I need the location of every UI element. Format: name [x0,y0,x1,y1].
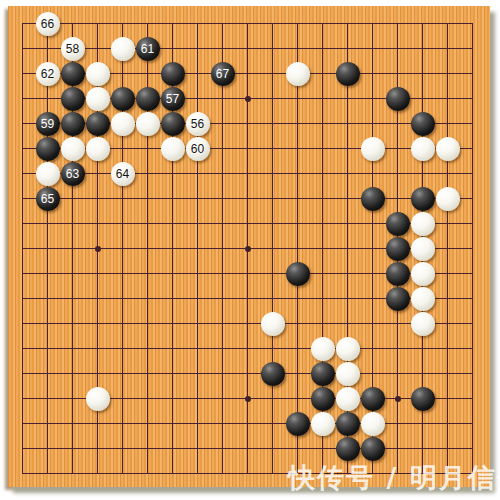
intersection-c4-r4 [85,86,110,111]
black-stone [61,112,85,136]
intersection-c8-r17 [185,411,210,436]
intersection-c2-r8: 65 [35,186,60,211]
intersection-c4-r16 [85,386,110,411]
intersection-c18-r5 [435,111,460,136]
intersection-c18-r6 [435,136,460,161]
intersection-c2-r13 [35,311,60,336]
intersection-c13-r17 [310,411,335,436]
intersection-c1-r3 [10,61,35,86]
intersection-c13-r7 [310,161,335,186]
intersection-c11-r5 [260,111,285,136]
intersection-c9-r7 [210,161,235,186]
white-stone [61,137,85,161]
intersection-c16-r8 [385,186,410,211]
intersection-c16-r16 [385,386,410,411]
watermark: 快传号 / 明月信俊 [288,460,500,496]
intersection-c4-r12 [85,286,110,311]
intersection-c7-r15 [160,361,185,386]
intersection-c15-r9 [360,211,385,236]
intersection-c8-r10 [185,236,210,261]
intersection-c16-r5 [385,111,410,136]
intersection-c13-r4 [310,86,335,111]
intersection-c6-r4 [135,86,160,111]
intersection-c9-r16 [210,386,235,411]
intersection-c14-r2 [335,36,360,61]
star-point [245,96,251,102]
black-stone [361,187,385,211]
intersection-c5-r8 [110,186,135,211]
move-number: 67 [216,68,229,80]
intersection-c8-r12 [185,286,210,311]
intersection-c9-r18 [210,436,235,461]
intersection-c19-r4 [460,86,485,111]
intersection-c16-r9 [385,211,410,236]
intersection-c5-r7: 64 [110,161,135,186]
intersection-c6-r19 [135,461,160,486]
intersection-c6-r15 [135,361,160,386]
move-number: 65 [41,193,54,205]
intersection-c7-r2 [160,36,185,61]
intersection-c14-r5 [335,111,360,136]
intersection-c15-r18 [360,436,385,461]
white-stone [261,312,285,336]
intersection-c14-r11 [335,261,360,286]
intersection-c7-r10 [160,236,185,261]
intersection-c9-r14 [210,336,235,361]
intersection-c8-r6: 60 [185,136,210,161]
intersection-c3-r19 [60,461,85,486]
intersection-c11-r1 [260,11,285,36]
black-stone [286,262,310,286]
intersection-c4-r10 [85,236,110,261]
intersection-c14-r13 [335,311,360,336]
white-stone [361,412,385,436]
intersection-c4-r3 [85,61,110,86]
intersection-c1-r4 [10,86,35,111]
intersection-c12-r13 [285,311,310,336]
white-stone [111,37,135,61]
intersection-c13-r16 [310,386,335,411]
intersection-c12-r3 [285,61,310,86]
intersection-c17-r10 [410,236,435,261]
intersection-c18-r12 [435,286,460,311]
black-stone: 67 [211,62,235,86]
intersection-c19-r1 [460,11,485,36]
intersection-c18-r3 [435,61,460,86]
intersection-c8-r14 [185,336,210,361]
intersection-c12-r18 [285,436,310,461]
move-number: 57 [166,93,179,105]
intersection-c1-r18 [10,436,35,461]
intersection-c4-r8 [85,186,110,211]
intersection-c14-r18 [335,436,360,461]
intersection-c11-r15 [260,361,285,386]
intersection-c14-r1 [335,11,360,36]
intersection-c2-r12 [35,286,60,311]
intersection-c7-r16 [160,386,185,411]
intersection-c13-r1 [310,11,335,36]
intersection-c18-r2 [435,36,460,61]
intersection-c15-r2 [360,36,385,61]
star-point [95,246,101,252]
intersection-c17-r5 [410,111,435,136]
star-point [245,396,251,402]
intersection-c4-r17 [85,411,110,436]
intersection-c2-r9 [35,211,60,236]
intersection-c5-r14 [110,336,135,361]
intersection-c12-r8 [285,186,310,211]
intersection-c1-r8 [10,186,35,211]
intersection-c7-r13 [160,311,185,336]
intersection-c1-r5 [10,111,35,136]
intersection-c3-r8 [60,186,85,211]
white-stone [86,62,110,86]
intersection-c2-r11 [35,261,60,286]
move-number: 61 [141,43,154,55]
black-stone [61,87,85,111]
intersection-c15-r5 [360,111,385,136]
intersection-c13-r11 [310,261,335,286]
white-stone [361,137,385,161]
intersection-c3-r9 [60,211,85,236]
intersection-c16-r1 [385,11,410,36]
intersection-c7-r12 [160,286,185,311]
intersection-c10-r8 [235,186,260,211]
intersection-c14-r14 [335,336,360,361]
intersection-c5-r11 [110,261,135,286]
intersection-c12-r14 [285,336,310,361]
intersection-c18-r14 [435,336,460,361]
intersection-c13-r3 [310,61,335,86]
black-stone [36,137,60,161]
intersection-c3-r15 [60,361,85,386]
intersection-c12-r7 [285,161,310,186]
intersection-c4-r6 [85,136,110,161]
intersection-c5-r17 [110,411,135,436]
intersection-c13-r15 [310,361,335,386]
intersection-c1-r6 [10,136,35,161]
white-stone [111,112,135,136]
intersection-c12-r5 [285,111,310,136]
white-stone [411,237,435,261]
intersection-c18-r13 [435,311,460,336]
intersection-c9-r19 [210,461,235,486]
intersection-c1-r9 [10,211,35,236]
intersection-c5-r1 [110,11,135,36]
move-number: 64 [116,168,129,180]
intersection-c6-r8 [135,186,160,211]
intersection-c7-r7 [160,161,185,186]
intersection-c19-r7 [460,161,485,186]
intersection-c3-r16 [60,386,85,411]
intersection-c9-r13 [210,311,235,336]
white-stone: 56 [186,112,210,136]
intersection-c10-r4 [235,86,260,111]
intersection-c7-r6 [160,136,185,161]
intersection-c14-r12 [335,286,360,311]
intersection-c18-r8 [435,186,460,211]
intersection-c8-r2 [185,36,210,61]
intersection-c15-r1 [360,11,385,36]
intersection-c2-r6 [35,136,60,161]
black-stone [161,112,185,136]
black-stone [111,87,135,111]
intersection-c1-r10 [10,236,35,261]
intersection-c11-r12 [260,286,285,311]
intersection-c14-r7 [335,161,360,186]
intersection-c7-r11 [160,261,185,286]
intersection-c1-r15 [10,361,35,386]
intersection-c10-r5 [235,111,260,136]
white-stone [336,387,360,411]
intersection-c18-r1 [435,11,460,36]
intersection-c4-r7 [85,161,110,186]
intersection-c10-r3 [235,61,260,86]
intersection-c7-r5 [160,111,185,136]
white-stone [311,337,335,361]
white-stone [411,212,435,236]
white-stone [336,337,360,361]
intersection-c10-r19 [235,461,260,486]
intersection-c8-r11 [185,261,210,286]
black-stone [386,212,410,236]
intersection-c1-r14 [10,336,35,361]
move-number: 63 [66,168,79,180]
white-stone [411,262,435,286]
intersection-c19-r18 [460,436,485,461]
intersection-c4-r13 [85,311,110,336]
intersection-c18-r11 [435,261,460,286]
white-stone [336,362,360,386]
intersection-c11-r11 [260,261,285,286]
intersection-c5-r18 [110,436,135,461]
intersection-c11-r17 [260,411,285,436]
intersection-c12-r15 [285,361,310,386]
intersection-c6-r13 [135,311,160,336]
intersection-c17-r9 [410,211,435,236]
intersection-c11-r4 [260,86,285,111]
intersection-c13-r14 [310,336,335,361]
intersection-c8-r18 [185,436,210,461]
intersection-c12-r1 [285,11,310,36]
black-stone [311,362,335,386]
black-stone [411,187,435,211]
intersection-c2-r7 [35,161,60,186]
intersection-c14-r9 [335,211,360,236]
star-point [245,246,251,252]
intersection-c4-r9 [85,211,110,236]
white-stone [411,312,435,336]
intersection-c5-r3 [110,61,135,86]
intersection-c17-r3 [410,61,435,86]
white-stone [36,162,60,186]
intersection-c18-r9 [435,211,460,236]
intersection-c15-r11 [360,261,385,286]
intersection-c16-r17 [385,411,410,436]
intersection-c8-r16 [185,386,210,411]
intersection-c6-r2: 61 [135,36,160,61]
intersection-c19-r6 [460,136,485,161]
black-stone [411,112,435,136]
intersection-c17-r2 [410,36,435,61]
black-stone: 57 [161,87,185,111]
black-stone [136,87,160,111]
intersection-c18-r7 [435,161,460,186]
star-point [395,396,401,402]
intersection-c2-r1: 66 [35,11,60,36]
intersection-c3-r10 [60,236,85,261]
intersection-c1-r12 [10,286,35,311]
intersection-c8-r13 [185,311,210,336]
black-stone [86,112,110,136]
intersection-c10-r10 [235,236,260,261]
intersection-c2-r2 [35,36,60,61]
intersection-c16-r11 [385,261,410,286]
intersection-c17-r7 [410,161,435,186]
intersection-c6-r11 [135,261,160,286]
intersection-c15-r15 [360,361,385,386]
intersection-c18-r4 [435,86,460,111]
intersection-c9-r3: 67 [210,61,235,86]
white-stone [311,412,335,436]
intersection-c3-r18 [60,436,85,461]
intersection-c11-r14 [260,336,285,361]
intersection-c3-r4 [60,86,85,111]
intersection-c10-r17 [235,411,260,436]
white-stone [136,112,160,136]
intersection-c11-r18 [260,436,285,461]
intersection-c3-r12 [60,286,85,311]
intersection-c14-r17 [335,411,360,436]
intersection-c9-r15 [210,361,235,386]
intersection-c8-r19 [185,461,210,486]
intersection-c1-r19 [10,461,35,486]
intersection-c12-r6 [285,136,310,161]
intersection-c16-r3 [385,61,410,86]
intersection-c1-r13 [10,311,35,336]
intersection-c9-r17 [210,411,235,436]
intersection-c6-r7 [135,161,160,186]
intersection-c18-r17 [435,411,460,436]
intersection-c14-r16 [335,386,360,411]
intersection-c11-r7 [260,161,285,186]
intersection-c18-r10 [435,236,460,261]
intersection-c5-r4 [110,86,135,111]
intersection-c16-r18 [385,436,410,461]
intersection-c3-r13 [60,311,85,336]
intersection-c13-r12 [310,286,335,311]
intersection-c7-r17 [160,411,185,436]
intersection-c11-r2 [260,36,285,61]
intersection-c19-r9 [460,211,485,236]
black-stone: 65 [36,187,60,211]
intersection-c2-r18 [35,436,60,461]
intersection-c14-r6 [335,136,360,161]
intersection-c17-r8 [410,186,435,211]
intersection-c3-r7: 63 [60,161,85,186]
intersection-c15-r6 [360,136,385,161]
intersection-c5-r16 [110,386,135,411]
intersection-c10-r6 [235,136,260,161]
intersection-c2-r14 [35,336,60,361]
intersection-c12-r16 [285,386,310,411]
intersection-c10-r12 [235,286,260,311]
black-stone [386,237,410,261]
intersection-c16-r6 [385,136,410,161]
intersection-c19-r2 [460,36,485,61]
black-stone [336,62,360,86]
intersection-c10-r7 [235,161,260,186]
intersection-c9-r8 [210,186,235,211]
black-stone [61,62,85,86]
intersection-c11-r19 [260,461,285,486]
intersection-c17-r4 [410,86,435,111]
intersection-c19-r11 [460,261,485,286]
intersection-c2-r10 [35,236,60,261]
black-stone [361,387,385,411]
intersection-c12-r12 [285,286,310,311]
black-stone: 59 [36,112,60,136]
intersection-c7-r4: 57 [160,86,185,111]
move-number: 59 [41,118,54,130]
black-stone: 61 [136,37,160,61]
intersection-c13-r8 [310,186,335,211]
intersection-c13-r18 [310,436,335,461]
white-stone [86,387,110,411]
white-stone [411,137,435,161]
intersection-c6-r12 [135,286,160,311]
intersection-c18-r16 [435,386,460,411]
intersection-c19-r14 [460,336,485,361]
black-stone [336,437,360,461]
intersection-c2-r17 [35,411,60,436]
intersection-c15-r4 [360,86,385,111]
move-number: 66 [41,18,54,30]
intersection-c6-r17 [135,411,160,436]
intersection-c2-r19 [35,461,60,486]
intersection-c8-r15 [185,361,210,386]
intersection-c6-r14 [135,336,160,361]
white-stone: 66 [36,12,60,36]
intersection-c11-r10 [260,236,285,261]
intersection-c19-r12 [460,286,485,311]
intersection-c6-r18 [135,436,160,461]
intersection-c4-r19 [85,461,110,486]
intersection-c1-r1 [10,11,35,36]
intersection-c3-r2: 58 [60,36,85,61]
intersection-c14-r4 [335,86,360,111]
intersection-c4-r15 [85,361,110,386]
intersection-c7-r8 [160,186,185,211]
intersection-c17-r17 [410,411,435,436]
white-stone [86,137,110,161]
white-stone [436,187,460,211]
intersection-c9-r5 [210,111,235,136]
intersection-c17-r13 [410,311,435,336]
intersection-c15-r10 [360,236,385,261]
intersection-c5-r9 [110,211,135,236]
intersection-c10-r2 [235,36,260,61]
intersection-c12-r10 [285,236,310,261]
intersection-c13-r10 [310,236,335,261]
black-stone [261,362,285,386]
black-stone [411,387,435,411]
intersection-c13-r9 [310,211,335,236]
intersection-c11-r6 [260,136,285,161]
intersection-c10-r14 [235,336,260,361]
intersection-c19-r17 [460,411,485,436]
intersection-c9-r2 [210,36,235,61]
